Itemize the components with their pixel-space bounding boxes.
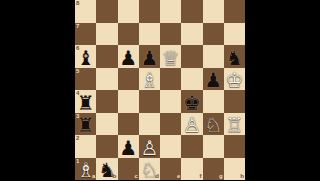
- square-a4[interactable]: 4♜: [75, 90, 96, 113]
- square-f5[interactable]: [181, 68, 202, 91]
- square-e4[interactable]: [160, 90, 181, 113]
- file-label-d: d: [155, 173, 159, 180]
- square-c8[interactable]: [118, 0, 139, 23]
- square-a3[interactable]: 3♜: [75, 113, 96, 136]
- square-g5[interactable]: ♟: [203, 68, 224, 91]
- square-e6[interactable]: ♕: [160, 45, 181, 68]
- square-c5[interactable]: [118, 68, 139, 91]
- white-queen-icon[interactable]: ♕: [160, 47, 181, 70]
- square-c3[interactable]: [118, 113, 139, 136]
- file-label-c: c: [134, 173, 137, 180]
- square-h8[interactable]: [224, 0, 245, 23]
- square-e3[interactable]: [160, 113, 181, 136]
- square-d8[interactable]: [139, 0, 160, 23]
- square-b7[interactable]: [96, 23, 117, 46]
- square-a6[interactable]: 6♝: [75, 45, 96, 68]
- square-b1[interactable]: b♞: [96, 158, 117, 181]
- screenshot-stage: 876♝♟♟♕♞5♗♟♔4♜♚3♜♙♘♖2♟♙1a♗b♞cd♘efgh: [0, 0, 320, 180]
- black-king-icon[interactable]: ♚: [181, 92, 202, 115]
- square-a2[interactable]: 2: [75, 135, 96, 158]
- rank-label-1: 1: [76, 158, 79, 165]
- file-label-h: h: [240, 173, 244, 180]
- square-f7[interactable]: [181, 23, 202, 46]
- file-label-g: g: [219, 173, 223, 180]
- file-label-e: e: [177, 173, 180, 180]
- square-e2[interactable]: [160, 135, 181, 158]
- rank-label-8: 8: [76, 0, 79, 7]
- square-f3[interactable]: ♙: [181, 113, 202, 136]
- black-knight-icon[interactable]: ♞: [224, 47, 245, 70]
- square-c4[interactable]: [118, 90, 139, 113]
- square-g7[interactable]: [203, 23, 224, 46]
- square-h2[interactable]: [224, 135, 245, 158]
- letterbox-left: [0, 0, 75, 180]
- square-f4[interactable]: ♚: [181, 90, 202, 113]
- white-knight-icon[interactable]: ♘: [203, 114, 224, 137]
- square-f2[interactable]: [181, 135, 202, 158]
- rank-label-7: 7: [76, 23, 79, 30]
- square-e8[interactable]: [160, 0, 181, 23]
- square-g4[interactable]: [203, 90, 224, 113]
- square-d1[interactable]: d♘: [139, 158, 160, 181]
- white-pawn-icon[interactable]: ♙: [181, 114, 202, 137]
- square-f6[interactable]: [181, 45, 202, 68]
- file-label-a: a: [92, 173, 95, 180]
- square-d2[interactable]: ♙: [139, 135, 160, 158]
- square-a5[interactable]: 5: [75, 68, 96, 91]
- square-h1[interactable]: h: [224, 158, 245, 181]
- square-c6[interactable]: ♟: [118, 45, 139, 68]
- square-e5[interactable]: [160, 68, 181, 91]
- square-a1[interactable]: 1a♗: [75, 158, 96, 181]
- square-h4[interactable]: [224, 90, 245, 113]
- square-f8[interactable]: [181, 0, 202, 23]
- white-pawn-icon[interactable]: ♙: [139, 137, 160, 160]
- rank-label-4: 4: [76, 90, 79, 97]
- rank-label-6: 6: [76, 45, 79, 52]
- square-b2[interactable]: [96, 135, 117, 158]
- white-bishop-icon[interactable]: ♗: [139, 69, 160, 92]
- rank-label-3: 3: [76, 113, 79, 120]
- chess-board: 876♝♟♟♕♞5♗♟♔4♜♚3♜♙♘♖2♟♙1a♗b♞cd♘efgh: [75, 0, 245, 180]
- square-a8[interactable]: 8: [75, 0, 96, 23]
- square-h6[interactable]: ♞: [224, 45, 245, 68]
- square-g1[interactable]: g: [203, 158, 224, 181]
- square-c7[interactable]: [118, 23, 139, 46]
- square-d4[interactable]: [139, 90, 160, 113]
- square-e7[interactable]: [160, 23, 181, 46]
- square-d5[interactable]: ♗: [139, 68, 160, 91]
- square-d7[interactable]: [139, 23, 160, 46]
- square-b6[interactable]: [96, 45, 117, 68]
- rank-label-5: 5: [76, 68, 79, 75]
- square-d3[interactable]: [139, 113, 160, 136]
- white-king-icon[interactable]: ♔: [224, 69, 245, 92]
- black-pawn-icon[interactable]: ♟: [139, 47, 160, 70]
- square-h3[interactable]: ♖: [224, 113, 245, 136]
- square-g8[interactable]: [203, 0, 224, 23]
- black-pawn-icon[interactable]: ♟: [203, 69, 224, 92]
- square-h5[interactable]: ♔: [224, 68, 245, 91]
- square-f1[interactable]: f: [181, 158, 202, 181]
- square-a7[interactable]: 7: [75, 23, 96, 46]
- black-pawn-icon[interactable]: ♟: [118, 137, 139, 160]
- square-g6[interactable]: [203, 45, 224, 68]
- square-g3[interactable]: ♘: [203, 113, 224, 136]
- square-g2[interactable]: [203, 135, 224, 158]
- rank-label-2: 2: [76, 135, 79, 142]
- square-b3[interactable]: [96, 113, 117, 136]
- square-c2[interactable]: ♟: [118, 135, 139, 158]
- white-rook-icon[interactable]: ♖: [224, 114, 245, 137]
- file-label-f: f: [200, 173, 202, 180]
- letterbox-right: [245, 0, 320, 180]
- square-b4[interactable]: [96, 90, 117, 113]
- square-d6[interactable]: ♟: [139, 45, 160, 68]
- square-e1[interactable]: e: [160, 158, 181, 181]
- square-h7[interactable]: [224, 23, 245, 46]
- black-pawn-icon[interactable]: ♟: [118, 47, 139, 70]
- square-b8[interactable]: [96, 0, 117, 23]
- square-c1[interactable]: c: [118, 158, 139, 181]
- square-b5[interactable]: [96, 68, 117, 91]
- file-label-b: b: [113, 173, 117, 180]
